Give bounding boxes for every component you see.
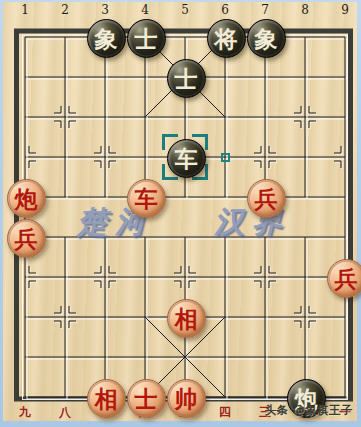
file-label-bottom: 八 xyxy=(54,405,76,419)
piece-red-pawn[interactable]: 兵 xyxy=(247,179,286,218)
xiangqi-app-window: 楚河 汉界 123456789 九八七六五四三二一 象士将象士车炮炮车兵兵兵相相… xyxy=(0,0,361,427)
file-label-top: 5 xyxy=(174,3,196,17)
piece-red-pawn[interactable]: 兵 xyxy=(7,219,46,258)
cursor-square-icon xyxy=(221,153,230,162)
xiangqi-board[interactable]: 楚河 汉界 123456789 九八七六五四三二一 象士将象士车炮炮车兵兵兵相相… xyxy=(3,2,357,421)
piece-red-elephant[interactable]: 相 xyxy=(87,379,126,418)
watermark: 头条 @象棋王子 xyxy=(264,403,353,418)
file-label-top: 8 xyxy=(294,3,316,17)
piece-black-advisor[interactable]: 士 xyxy=(167,59,206,98)
piece-black-elephant[interactable]: 象 xyxy=(247,19,286,58)
file-label-top: 1 xyxy=(14,3,36,17)
piece-red-advisor[interactable]: 士 xyxy=(127,379,166,418)
file-label-bottom: 九 xyxy=(14,405,36,419)
file-label-top: 3 xyxy=(94,3,116,17)
file-label-top: 6 xyxy=(214,3,236,17)
file-label-top: 7 xyxy=(254,3,276,17)
file-label-bottom: 四 xyxy=(214,405,236,419)
piece-black-general[interactable]: 将 xyxy=(207,19,246,58)
file-label-top: 2 xyxy=(54,3,76,17)
piece-black-elephant[interactable]: 象 xyxy=(87,19,126,58)
piece-black-chariot[interactable]: 车 xyxy=(167,139,206,178)
piece-black-advisor[interactable]: 士 xyxy=(127,19,166,58)
file-label-top: 4 xyxy=(134,3,156,17)
file-label-top: 9 xyxy=(334,3,356,17)
piece-red-pawn[interactable]: 兵 xyxy=(327,259,361,298)
piece-red-general[interactable]: 帅 xyxy=(167,379,206,418)
piece-red-cannon[interactable]: 炮 xyxy=(7,179,46,218)
piece-red-chariot[interactable]: 车 xyxy=(127,179,166,218)
piece-red-elephant[interactable]: 相 xyxy=(167,299,206,338)
